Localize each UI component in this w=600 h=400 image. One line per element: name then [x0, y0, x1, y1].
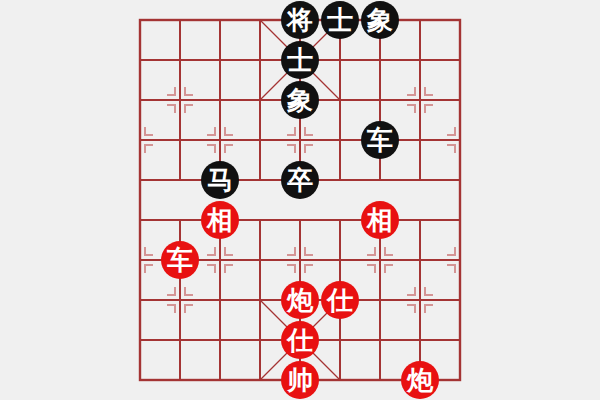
xiangqi-board[interactable]: 将士象士象车马卒相相车炮仕仕帅炮	[120, 0, 480, 400]
piece-glyph: 车	[367, 127, 393, 153]
board-cell[interactable]: 相	[200, 200, 240, 240]
board-cell[interactable]	[440, 200, 480, 240]
board-cell[interactable]	[240, 40, 280, 80]
board-cell[interactable]	[280, 240, 320, 280]
board-cell[interactable]	[320, 80, 360, 120]
board-cell[interactable]	[360, 40, 400, 80]
board-cell[interactable]	[240, 0, 280, 40]
board-cell[interactable]: 仕	[280, 320, 320, 360]
piece-glyph: 士	[287, 47, 313, 73]
board-cell[interactable]: 炮	[400, 360, 440, 400]
board-cell[interactable]: 炮	[280, 280, 320, 320]
piece-black-general[interactable]: 将	[281, 1, 319, 39]
board-cell[interactable]	[240, 360, 280, 400]
board-cell[interactable]	[120, 280, 160, 320]
piece-glyph: 炮	[407, 367, 433, 393]
piece-black-advisor[interactable]: 士	[321, 1, 359, 39]
board-cell[interactable]	[120, 160, 160, 200]
board-cell[interactable]: 车	[160, 240, 200, 280]
board-cell[interactable]	[360, 240, 400, 280]
board-cell[interactable]	[320, 120, 360, 160]
piece-glyph: 卒	[287, 167, 313, 193]
board-cell[interactable]	[320, 360, 360, 400]
board-cell[interactable]	[360, 280, 400, 320]
board-cell[interactable]: 士	[320, 0, 360, 40]
board-cell[interactable]: 马	[200, 160, 240, 200]
board-cell[interactable]	[240, 280, 280, 320]
board-cell[interactable]: 卒	[280, 160, 320, 200]
board-cell[interactable]	[120, 200, 160, 240]
board-cell[interactable]: 象	[360, 0, 400, 40]
board-cell[interactable]	[120, 320, 160, 360]
piece-red-advisor[interactable]: 仕	[281, 321, 319, 359]
board-cell[interactable]	[440, 0, 480, 40]
piece-glyph: 马	[207, 167, 233, 193]
piece-glyph: 炮	[287, 287, 313, 313]
board-cell[interactable]: 帅	[280, 360, 320, 400]
piece-glyph: 车	[167, 247, 193, 273]
board-cell[interactable]	[120, 80, 160, 120]
piece-red-advisor[interactable]: 仕	[321, 281, 359, 319]
board-cell[interactable]	[160, 360, 200, 400]
board-cell[interactable]	[320, 40, 360, 80]
board-cell[interactable]	[200, 240, 240, 280]
board-cell[interactable]	[400, 40, 440, 80]
board-cell[interactable]	[160, 80, 200, 120]
piece-glyph: 将	[287, 7, 313, 33]
board-cell[interactable]	[200, 360, 240, 400]
board-cell[interactable]	[400, 280, 440, 320]
board-cell[interactable]: 士	[280, 40, 320, 80]
board-cell[interactable]	[280, 120, 320, 160]
board-cell[interactable]	[160, 0, 200, 40]
piece-black-chariot[interactable]: 车	[361, 121, 399, 159]
piece-glyph: 相	[367, 207, 393, 233]
board-cell[interactable]	[120, 240, 160, 280]
board-cell[interactable]	[240, 200, 280, 240]
board-cell[interactable]	[160, 160, 200, 200]
board-cell[interactable]	[120, 0, 160, 40]
piece-black-soldier[interactable]: 卒	[281, 161, 319, 199]
board-cell[interactable]: 仕	[320, 280, 360, 320]
piece-black-elephant[interactable]: 象	[281, 81, 319, 119]
piece-glyph: 仕	[287, 327, 313, 353]
board-cell[interactable]	[400, 160, 440, 200]
board-cell[interactable]	[160, 320, 200, 360]
board-cell[interactable]	[280, 200, 320, 240]
board-cell[interactable]	[160, 200, 200, 240]
board-cell[interactable]	[320, 160, 360, 200]
board-cell[interactable]	[200, 120, 240, 160]
board-cell[interactable]	[240, 320, 280, 360]
piece-red-general[interactable]: 帅	[281, 361, 319, 399]
board-cell[interactable]	[440, 80, 480, 120]
board-cell[interactable]	[200, 40, 240, 80]
board-cell[interactable]	[360, 360, 400, 400]
piece-red-chariot[interactable]: 车	[161, 241, 199, 279]
board-cell[interactable]	[240, 80, 280, 120]
board-cell[interactable]	[400, 80, 440, 120]
board-cell[interactable]	[200, 320, 240, 360]
xiangqi-app: 将士象士象车马卒相相车炮仕仕帅炮	[0, 0, 600, 400]
piece-glyph: 士	[327, 7, 353, 33]
board-cell[interactable]	[200, 280, 240, 320]
board-cell[interactable]	[320, 240, 360, 280]
board-cell[interactable]	[400, 320, 440, 360]
board-cell[interactable]	[440, 320, 480, 360]
board-cell[interactable]	[320, 320, 360, 360]
board-cell[interactable]	[200, 80, 240, 120]
board-cell[interactable]	[360, 320, 400, 360]
board-cell[interactable]	[200, 0, 240, 40]
board-cell[interactable]	[240, 160, 280, 200]
board-cell[interactable]	[400, 240, 440, 280]
board-cell[interactable]	[360, 80, 400, 120]
board-cell[interactable]	[240, 240, 280, 280]
board-cell[interactable]	[120, 360, 160, 400]
piece-glyph: 象	[367, 7, 393, 33]
board-cell[interactable]	[160, 280, 200, 320]
board-cell[interactable]	[320, 200, 360, 240]
piece-glyph: 仕	[327, 287, 353, 313]
board-cell[interactable]	[400, 0, 440, 40]
board-cell[interactable]	[360, 160, 400, 200]
piece-red-cannon[interactable]: 炮	[281, 281, 319, 319]
piece-black-advisor[interactable]: 士	[281, 41, 319, 79]
piece-glyph: 帅	[287, 367, 313, 393]
board-cell[interactable]	[160, 120, 200, 160]
board-cell[interactable]	[440, 120, 480, 160]
piece-glyph: 象	[287, 87, 313, 113]
board-cell[interactable]	[440, 160, 480, 200]
piece-red-cannon[interactable]: 炮	[401, 361, 439, 399]
piece-black-horse[interactable]: 马	[201, 161, 239, 199]
board-cell[interactable]	[440, 360, 480, 400]
board-cell[interactable]: 将	[280, 0, 320, 40]
board-cell[interactable]	[120, 120, 160, 160]
board-cell[interactable]	[440, 40, 480, 80]
board-cell[interactable]: 相	[360, 200, 400, 240]
board-cell[interactable]	[400, 120, 440, 160]
board-cell[interactable]	[440, 240, 480, 280]
piece-black-elephant[interactable]: 象	[361, 1, 399, 39]
piece-glyph: 相	[207, 207, 233, 233]
board-cell[interactable]	[160, 40, 200, 80]
piece-red-elephant[interactable]: 相	[201, 201, 239, 239]
piece-red-elephant[interactable]: 相	[361, 201, 399, 239]
board-cell[interactable]: 象	[280, 80, 320, 120]
board-cell[interactable]	[120, 40, 160, 80]
board-cell[interactable]: 车	[360, 120, 400, 160]
board-cell[interactable]	[440, 280, 480, 320]
board-cell[interactable]	[400, 200, 440, 240]
board-cell[interactable]	[240, 120, 280, 160]
